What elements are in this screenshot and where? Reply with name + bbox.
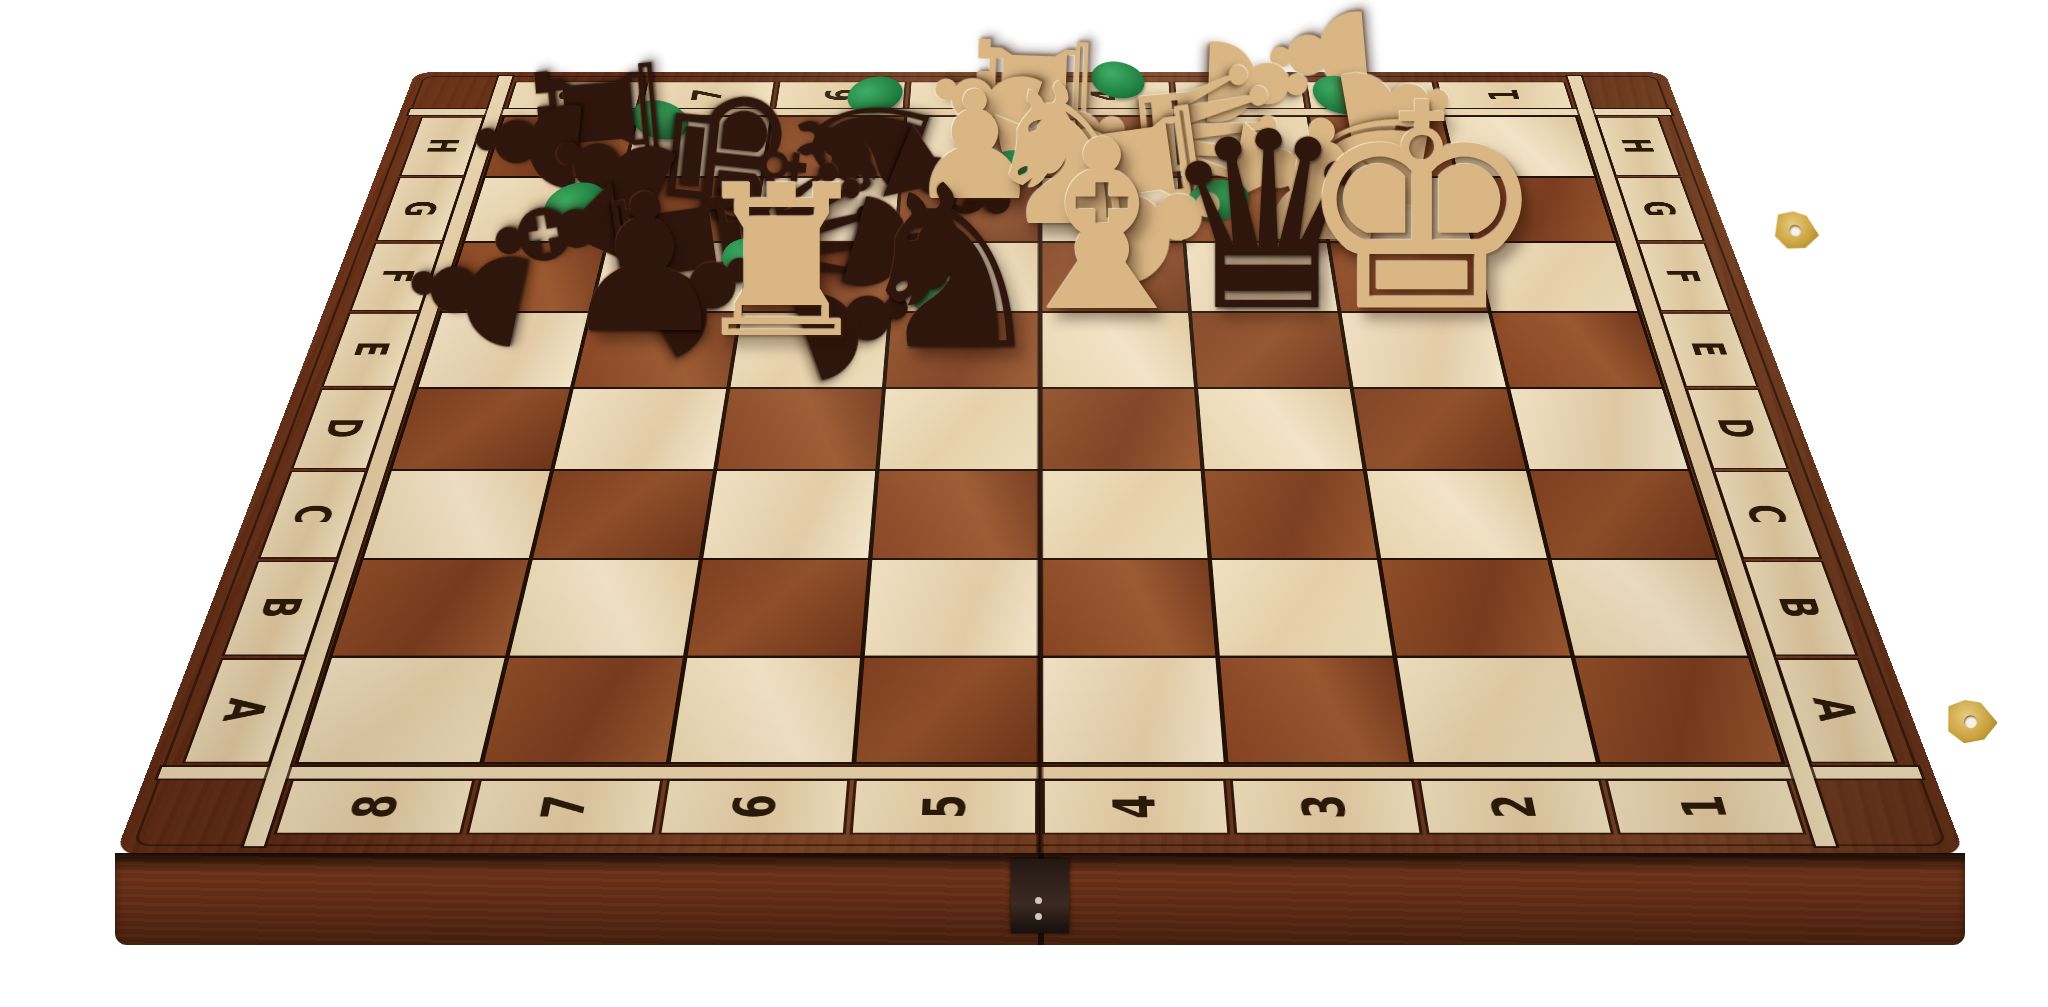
pieces-layer: ♟♜♞♝♛♚♟♞♟♟♟♝♜♟♜♟♚♛♞♟♟♝♟♜♝♜♛♟♟♝♟♞♟ [0,0,2048,1007]
light-king-on-f2[interactable]: ♚ [1294,66,1550,351]
dark-knight-on-e5[interactable]: ♞ [849,156,1051,381]
light-rook-on-e6[interactable]: ♜ [688,158,876,368]
chess-set-photo: 8877665544332211HHGGFFEEDDCCBBAA ♟♜♞♝♛♚♟… [0,0,2048,1007]
